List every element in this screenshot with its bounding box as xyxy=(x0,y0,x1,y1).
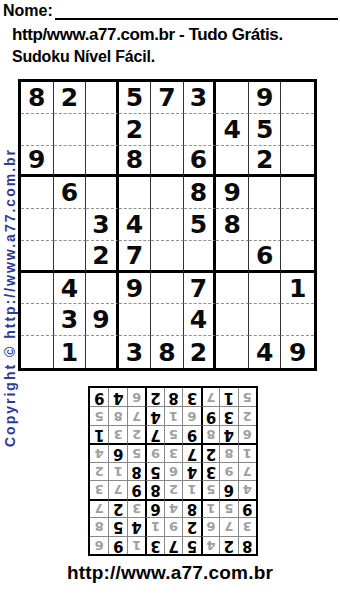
puzzle-cell-r8c8 xyxy=(249,304,282,336)
puzzle-cell-r2c8: 5 xyxy=(249,114,282,146)
solution-cell-r6c8: 6 xyxy=(108,443,126,461)
puzzle-cell-r8c9 xyxy=(281,304,314,336)
puzzle-cell-r5c5 xyxy=(151,209,184,241)
puzzle-cell-r6c2 xyxy=(54,241,87,273)
copyright-vertical-text: Copyright © http://www.a77.com.br xyxy=(2,148,18,447)
solution-cell-r6c3: 2 xyxy=(201,443,219,461)
puzzle-cell-r8c2: 3 xyxy=(54,304,87,336)
puzzle-cell-r4c5 xyxy=(151,177,184,209)
solution-cell-r2c7: 4 xyxy=(127,517,145,535)
solution-cell-r8c7: 7 xyxy=(127,406,145,424)
solution-cell-r9c5: 8 xyxy=(164,388,182,406)
solution-cell-r1c8: 9 xyxy=(108,536,126,554)
puzzle-cell-r5c3: 3 xyxy=(86,209,119,241)
solution-cell-r6c5: 3 xyxy=(164,443,182,461)
solution-cell-r3c1: 9 xyxy=(238,499,256,517)
puzzle-cell-r2c7: 4 xyxy=(216,114,249,146)
solution-cell-r8c8: 8 xyxy=(108,406,126,424)
puzzle-cell-r6c5 xyxy=(151,241,184,273)
puzzle-cell-r4c1 xyxy=(21,177,54,209)
solution-cell-r7c6: 7 xyxy=(145,425,163,443)
solution-cell-r6c4: 7 xyxy=(182,443,200,461)
puzzle-cell-r2c3 xyxy=(86,114,119,146)
solution-cell-r2c9: 8 xyxy=(90,517,108,535)
puzzle-cell-r7c9: 1 xyxy=(281,273,314,305)
puzzle-cell-r9c2: 1 xyxy=(54,336,87,368)
puzzle-cell-r6c1 xyxy=(21,241,54,273)
solution-cell-r6c7: 5 xyxy=(127,443,145,461)
solution-cell-r5c2: 9 xyxy=(219,462,237,480)
solution-cell-r3c5: 4 xyxy=(164,499,182,517)
puzzle-cell-r6c7 xyxy=(216,241,249,273)
puzzle-cell-r3c2 xyxy=(54,146,87,178)
puzzle-cell-r7c8 xyxy=(249,273,282,305)
puzzle-cell-r7c6: 7 xyxy=(184,273,217,305)
solution-cell-r8c5: 1 xyxy=(164,406,182,424)
puzzle-cell-r9c3 xyxy=(86,336,119,368)
puzzle-cell-r2c6 xyxy=(184,114,217,146)
puzzle-cell-r6c6 xyxy=(184,241,217,273)
solution-cell-r1c1: 8 xyxy=(238,536,256,554)
solution-cell-r1c5: 7 xyxy=(164,536,182,554)
solution-cell-r9c3: 7 xyxy=(201,388,219,406)
sudoku-solution-grid-rotated: 8245731963762914589518463274651289737934… xyxy=(88,386,258,556)
puzzle-cell-r2c2 xyxy=(54,114,87,146)
puzzle-cell-r6c8: 6 xyxy=(249,241,282,273)
solution-cell-r2c5: 9 xyxy=(164,517,182,535)
solution-cell-r4c2: 6 xyxy=(219,480,237,498)
solution-cell-r9c6: 2 xyxy=(145,388,163,406)
puzzle-cell-r3c4: 8 xyxy=(119,146,152,178)
puzzle-cell-r4c7: 9 xyxy=(216,177,249,209)
solution-cell-r3c7: 3 xyxy=(127,499,145,517)
puzzle-cell-r7c1 xyxy=(21,273,54,305)
puzzle-cell-r9c1 xyxy=(21,336,54,368)
solution-cell-r6c2: 8 xyxy=(219,443,237,461)
solution-cell-r7c1: 6 xyxy=(238,425,256,443)
solution-cell-r2c2: 7 xyxy=(219,517,237,535)
sudoku-print-sheet: Nome: http/www.a77.com.br - Tudo Grátis.… xyxy=(0,0,340,596)
puzzle-cell-r1c5: 7 xyxy=(151,82,184,114)
solution-cell-r5c1: 7 xyxy=(238,462,256,480)
puzzle-cell-r9c8: 4 xyxy=(249,336,282,368)
solution-cell-r7c7: 2 xyxy=(127,425,145,443)
solution-cell-r8c1: 2 xyxy=(238,406,256,424)
puzzle-cell-r5c9 xyxy=(281,209,314,241)
solution-cell-r5c9: 2 xyxy=(90,462,108,480)
puzzle-cell-r7c2: 4 xyxy=(54,273,87,305)
puzzle-cell-r1c3 xyxy=(86,82,119,114)
solution-cell-r2c8: 5 xyxy=(108,517,126,535)
puzzle-cell-r9c9: 9 xyxy=(281,336,314,368)
puzzle-cell-r9c6: 2 xyxy=(184,336,217,368)
solution-cell-r7c3: 8 xyxy=(201,425,219,443)
solution-cell-r3c2: 5 xyxy=(219,499,237,517)
solution-cell-r8c3: 9 xyxy=(201,406,219,424)
puzzle-cell-r8c7 xyxy=(216,304,249,336)
puzzle-cell-r4c8 xyxy=(249,177,282,209)
solution-cell-r1c2: 2 xyxy=(219,536,237,554)
sudoku-puzzle-grid: 825739245986268934582764971394138249 xyxy=(18,79,317,371)
solution-cell-r2c6: 1 xyxy=(145,517,163,535)
solution-cell-r2c4: 2 xyxy=(182,517,200,535)
puzzle-cell-r5c2 xyxy=(54,209,87,241)
solution-cell-r9c8: 4 xyxy=(108,388,126,406)
solution-cell-r6c1: 1 xyxy=(238,443,256,461)
puzzle-cell-r8c5 xyxy=(151,304,184,336)
name-blank-line xyxy=(55,2,338,20)
puzzle-cell-r9c4: 3 xyxy=(119,336,152,368)
solution-cell-r4c6: 8 xyxy=(145,480,163,498)
solution-cell-r1c9: 6 xyxy=(90,536,108,554)
solution-cell-r4c9: 3 xyxy=(90,480,108,498)
solution-cell-r4c4: 1 xyxy=(182,480,200,498)
solution-cell-r3c6: 6 xyxy=(145,499,163,517)
solution-cell-r2c3: 6 xyxy=(201,517,219,535)
solution-cell-r7c9: 1 xyxy=(90,425,108,443)
solution-cell-r9c4: 3 xyxy=(182,388,200,406)
puzzle-cell-r5c6: 5 xyxy=(184,209,217,241)
solution-cell-r4c5: 2 xyxy=(164,480,182,498)
footer-url: http://www.a77.com.br xyxy=(0,562,340,584)
puzzle-cell-r9c7 xyxy=(216,336,249,368)
solution-cell-r9c2: 1 xyxy=(219,388,237,406)
puzzle-cell-r3c7 xyxy=(216,146,249,178)
puzzle-cell-r4c6: 8 xyxy=(184,177,217,209)
puzzle-cell-r3c1: 9 xyxy=(21,146,54,178)
puzzle-level-title: Sudoku Nível Fácil. xyxy=(12,48,155,66)
puzzle-cell-r2c5 xyxy=(151,114,184,146)
puzzle-cell-r7c7 xyxy=(216,273,249,305)
solution-cell-r5c8: 1 xyxy=(108,462,126,480)
puzzle-cell-r5c1 xyxy=(21,209,54,241)
puzzle-cell-r4c9 xyxy=(281,177,314,209)
solution-cell-r8c2: 3 xyxy=(219,406,237,424)
puzzle-cell-r6c4: 7 xyxy=(119,241,152,273)
solution-cell-r4c7: 9 xyxy=(127,480,145,498)
solution-cell-r8c6: 4 xyxy=(145,406,163,424)
puzzle-cell-r1c9 xyxy=(281,82,314,114)
puzzle-cell-r7c5 xyxy=(151,273,184,305)
solution-cell-r9c7: 6 xyxy=(127,388,145,406)
puzzle-cell-r3c5 xyxy=(151,146,184,178)
solution-cell-r7c8: 3 xyxy=(108,425,126,443)
puzzle-cell-r1c7 xyxy=(216,82,249,114)
solution-cell-r3c3: 1 xyxy=(201,499,219,517)
puzzle-cell-r5c8 xyxy=(249,209,282,241)
puzzle-cell-r1c1: 8 xyxy=(21,82,54,114)
solution-cell-r4c3: 5 xyxy=(201,480,219,498)
puzzle-cell-r4c3 xyxy=(86,177,119,209)
puzzle-cell-r7c3 xyxy=(86,273,119,305)
puzzle-cell-r2c9 xyxy=(281,114,314,146)
solution-cell-r1c4: 5 xyxy=(182,536,200,554)
solution-cell-r5c4: 4 xyxy=(182,462,200,480)
solution-cell-r4c1: 4 xyxy=(238,480,256,498)
puzzle-cell-r5c4: 4 xyxy=(119,209,152,241)
puzzle-cell-r3c3 xyxy=(86,146,119,178)
puzzle-cell-r1c2: 2 xyxy=(54,82,87,114)
puzzle-cell-r4c4 xyxy=(119,177,152,209)
puzzle-cell-r1c8: 9 xyxy=(249,82,282,114)
puzzle-cell-r7c4: 9 xyxy=(119,273,152,305)
puzzle-cell-r8c6: 4 xyxy=(184,304,217,336)
solution-cell-r7c4: 9 xyxy=(182,425,200,443)
solution-cell-r5c3: 3 xyxy=(201,462,219,480)
solution-cell-r3c8: 2 xyxy=(108,499,126,517)
solution-cell-r8c4: 6 xyxy=(182,406,200,424)
solution-cell-r3c9: 7 xyxy=(90,499,108,517)
puzzle-cell-r1c4: 5 xyxy=(119,82,152,114)
puzzle-cell-r6c9 xyxy=(281,241,314,273)
puzzle-cell-r3c8: 2 xyxy=(249,146,282,178)
solution-cell-r8c9: 5 xyxy=(90,406,108,424)
puzzle-cell-r8c1 xyxy=(21,304,54,336)
solution-cell-r6c6: 9 xyxy=(145,443,163,461)
solution-cell-r5c5: 6 xyxy=(164,462,182,480)
solution-cell-r3c4: 8 xyxy=(182,499,200,517)
solution-cell-r5c6: 5 xyxy=(145,462,163,480)
puzzle-cell-r9c5: 8 xyxy=(151,336,184,368)
name-label: Nome: xyxy=(3,2,53,20)
puzzle-cell-r2c1 xyxy=(21,114,54,146)
puzzle-cell-r5c7: 8 xyxy=(216,209,249,241)
solution-cell-r1c7: 1 xyxy=(127,536,145,554)
solution-cell-r5c7: 8 xyxy=(127,462,145,480)
puzzle-cell-r2c4: 2 xyxy=(119,114,152,146)
puzzle-cell-r3c9 xyxy=(281,146,314,178)
solution-cell-r1c6: 3 xyxy=(145,536,163,554)
puzzle-cell-r4c2: 6 xyxy=(54,177,87,209)
solution-cell-r4c8: 7 xyxy=(108,480,126,498)
solution-cell-r9c9: 9 xyxy=(90,388,108,406)
solution-cell-r2c1: 3 xyxy=(238,517,256,535)
puzzle-cell-r3c6: 6 xyxy=(184,146,217,178)
solution-cell-r9c1: 5 xyxy=(238,388,256,406)
solution-cell-r6c9: 4 xyxy=(90,443,108,461)
puzzle-cell-r6c3: 2 xyxy=(86,241,119,273)
solution-cell-r7c5: 5 xyxy=(164,425,182,443)
puzzle-cell-r1c6: 3 xyxy=(184,82,217,114)
puzzle-cell-r8c4 xyxy=(119,304,152,336)
site-title: http/www.a77.com.br - Tudo Grátis. xyxy=(12,25,283,45)
solution-cell-r1c3: 4 xyxy=(201,536,219,554)
solution-cell-r7c2: 4 xyxy=(219,425,237,443)
name-row: Nome: xyxy=(3,2,338,20)
puzzle-cell-r8c3: 9 xyxy=(86,304,119,336)
